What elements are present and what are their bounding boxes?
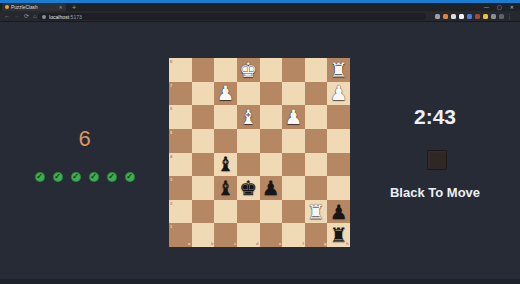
white-king[interactable]: ♚ [239,60,257,80]
rank-label: 8 [170,59,172,63]
square-c1[interactable]: c [214,223,237,247]
rank-label: 7 [170,83,172,87]
file-label: a [188,242,190,246]
black-bishop[interactable]: ♝ [217,178,235,198]
back-icon[interactable]: ← [4,13,10,20]
extension-icon[interactable] [451,14,456,19]
extension-icons: ⋮ [435,14,512,19]
extension-icon[interactable] [467,14,472,19]
square-d8[interactable]: ♚ [237,58,260,82]
rank-label: 3 [170,177,172,181]
file-label: b [211,242,214,246]
square-e6[interactable] [260,105,283,129]
square-f6[interactable]: ♟ [282,105,305,129]
square-h6[interactable] [327,105,350,129]
tab-favicon-icon [5,5,9,9]
black-rook[interactable]: ♜ [330,225,348,245]
square-b5[interactable] [192,129,215,153]
square-d2[interactable] [237,200,260,224]
black-bishop[interactable]: ♝ [217,154,235,174]
square-e1[interactable]: e [260,223,283,247]
extension-icon[interactable] [459,14,464,19]
square-e4[interactable] [260,153,283,177]
square-a3[interactable]: 3 [169,176,192,200]
square-f3[interactable] [282,176,305,200]
white-rook[interactable]: ♜ [307,202,325,222]
square-a6[interactable]: 6 [169,105,192,129]
square-e3[interactable]: ♟ [260,176,283,200]
rank-label: 1 [170,224,172,228]
square-h7[interactable]: ♟ [327,82,350,106]
turn-color-swatch [427,150,447,170]
solved-check-icon: ✓ [53,172,63,182]
square-g8[interactable] [305,58,328,82]
square-c8[interactable] [214,58,237,82]
black-pawn[interactable]: ♟ [262,178,280,198]
file-label: c [234,242,236,246]
extension-icon[interactable] [443,14,448,19]
solved-check-icon: ✓ [89,172,99,182]
browser-window: PuzzleClash ✕ + — ▢ ✕ ← → ⟳ ⌂ localhost:… [0,0,520,284]
solved-check-icon: ✓ [125,172,135,182]
file-label: e [279,242,281,246]
square-a7[interactable]: 7 [169,82,192,106]
countdown-timer: 2:43 [350,105,520,129]
rank-label: 2 [170,201,172,205]
extension-icon[interactable] [435,14,440,19]
rank-label: 6 [170,106,172,110]
square-g7[interactable] [305,82,328,106]
white-pawn[interactable]: ♟ [330,83,348,103]
home-icon[interactable]: ⌂ [33,13,37,20]
square-f8[interactable] [282,58,305,82]
browser-toolbar: ← → ⟳ ⌂ localhost:5173 ⋮ [0,11,520,22]
new-tab-button[interactable]: + [72,4,76,11]
square-h2[interactable]: ♟ [327,200,350,224]
turn-status-text: Black To Move [350,185,520,200]
solved-check-icon: ✓ [107,172,117,182]
close-button[interactable]: ✕ [510,5,514,10]
square-g4[interactable] [305,153,328,177]
square-b8[interactable] [192,58,215,82]
square-h8[interactable]: ♜ [327,58,350,82]
square-b7[interactable] [192,82,215,106]
square-e5[interactable] [260,129,283,153]
square-a1[interactable]: 1a [169,223,192,247]
square-d7[interactable] [237,82,260,106]
square-g2[interactable]: ♜ [305,200,328,224]
square-c6[interactable] [214,105,237,129]
puzzle-score: 6 [0,126,169,152]
white-rook[interactable]: ♜ [330,60,348,80]
white-pawn[interactable]: ♟ [284,107,302,127]
chess-board: 8♚♜7♟♟6♝♟54♝3♝♚♟2♜♟1abcdefgh♜ [169,58,350,247]
square-b1[interactable]: b [192,223,215,247]
window-controls: — ▢ ✕ [484,5,514,10]
square-g1[interactable]: g [305,223,328,247]
menu-icon[interactable]: ⋮ [507,14,512,19]
black-king[interactable]: ♚ [239,178,257,198]
square-h5[interactable] [327,129,350,153]
minimize-button[interactable]: — [484,5,489,10]
nav-buttons: ← → ⟳ ⌂ [4,13,37,20]
browser-tab[interactable]: PuzzleClash ✕ [2,3,66,11]
file-label: d [256,242,259,246]
site-info-icon[interactable] [42,15,46,19]
extension-icon[interactable] [475,14,480,19]
square-f7[interactable] [282,82,305,106]
square-e8[interactable] [260,58,283,82]
square-a2[interactable]: 2 [169,200,192,224]
square-f1[interactable]: f [282,223,305,247]
square-f2[interactable] [282,200,305,224]
square-e2[interactable] [260,200,283,224]
square-b6[interactable] [192,105,215,129]
rank-label: 5 [170,130,172,134]
square-d5[interactable] [237,129,260,153]
square-c5[interactable] [214,129,237,153]
extension-icon[interactable] [499,14,504,19]
square-h4[interactable] [327,153,350,177]
extension-icon[interactable] [491,14,496,19]
maximize-button[interactable]: ▢ [497,5,502,10]
square-d1[interactable]: d [237,223,260,247]
window-bottom-edge [0,279,520,284]
square-c3[interactable]: ♝ [214,176,237,200]
file-label: f [302,242,303,246]
square-d4[interactable] [237,153,260,177]
solved-check-icon: ✓ [35,172,45,182]
square-g3[interactable] [305,176,328,200]
square-c4[interactable]: ♝ [214,153,237,177]
square-e7[interactable] [260,82,283,106]
streak-row: ✓✓✓✓✓✓ [0,172,169,182]
square-a8[interactable]: 8 [169,58,192,82]
rank-label: 4 [170,154,172,158]
forward-icon[interactable]: → [14,13,20,20]
url-bar[interactable]: localhost:5173 [38,13,426,20]
square-h1[interactable]: h♜ [327,223,350,247]
browser-tab-bar: PuzzleClash ✕ + — ▢ ✕ [0,3,520,11]
square-d6[interactable]: ♝ [237,105,260,129]
square-c2[interactable] [214,200,237,224]
square-d3[interactable]: ♚ [237,176,260,200]
tab-close-icon[interactable]: ✕ [59,5,63,10]
white-pawn[interactable]: ♟ [217,83,235,103]
square-g5[interactable] [305,129,328,153]
solved-check-icon: ✓ [71,172,81,182]
square-a4[interactable]: 4 [169,153,192,177]
url-text[interactable]: localhost:5173 [49,14,82,19]
square-c7[interactable]: ♟ [214,82,237,106]
tab-title: PuzzleClash [11,5,47,10]
white-bishop[interactable]: ♝ [239,107,257,127]
reload-icon[interactable]: ⟳ [24,13,29,20]
black-pawn[interactable]: ♟ [330,202,348,222]
square-g6[interactable] [305,105,328,129]
square-h3[interactable] [327,176,350,200]
square-a5[interactable]: 5 [169,129,192,153]
square-f5[interactable] [282,129,305,153]
url-port: :5173 [69,14,82,19]
square-b3[interactable] [192,176,215,200]
file-label: g [324,242,327,246]
extension-icon[interactable] [483,14,488,19]
square-b4[interactable] [192,153,215,177]
square-b2[interactable] [192,200,215,224]
file-label: h [346,242,349,246]
square-f4[interactable] [282,153,305,177]
url-host: localhost [49,14,69,19]
